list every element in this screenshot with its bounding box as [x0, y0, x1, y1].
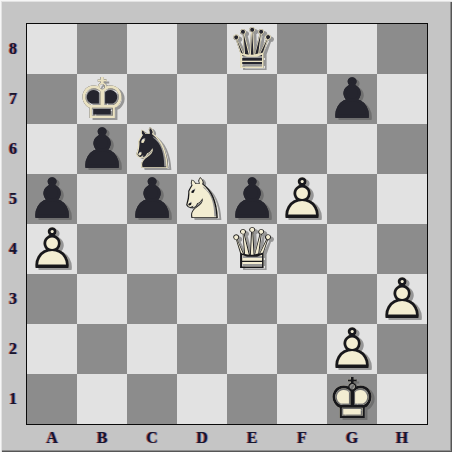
piece-white-pawn: ♟♙	[327, 324, 377, 374]
square-e8[interactable]: ♛♕	[227, 24, 277, 74]
square-b2[interactable]	[77, 324, 127, 374]
square-b7[interactable]: ♚♔	[77, 74, 127, 124]
rank-label-3: 3	[0, 274, 26, 324]
square-c4[interactable]	[127, 224, 177, 274]
square-a1[interactable]	[27, 374, 77, 424]
square-a6[interactable]	[27, 124, 77, 174]
piece-white-queen: ♛♕	[227, 224, 277, 274]
rank-label-1: 1	[0, 374, 26, 424]
square-a7[interactable]	[27, 74, 77, 124]
rank-label-4: 4	[0, 224, 26, 274]
square-d5[interactable]: ♞♘	[177, 174, 227, 224]
rank-label-2: 2	[0, 324, 26, 374]
square-c8[interactable]	[127, 24, 177, 74]
square-e2[interactable]	[227, 324, 277, 374]
square-g5[interactable]	[327, 174, 377, 224]
square-h4[interactable]	[377, 224, 427, 274]
file-label-h: H	[377, 425, 427, 452]
rank-labels: 87654321	[0, 24, 26, 424]
piece-white-knight: ♞♘	[177, 174, 227, 224]
square-h2[interactable]	[377, 324, 427, 374]
piece-black-pawn: ♟♙	[327, 74, 377, 124]
piece-black-pawn: ♟♙	[227, 174, 277, 224]
square-d2[interactable]	[177, 324, 227, 374]
square-d6[interactable]	[177, 124, 227, 174]
file-label-d: D	[177, 425, 227, 452]
square-f8[interactable]	[277, 24, 327, 74]
square-f2[interactable]	[277, 324, 327, 374]
file-label-e: E	[227, 425, 277, 452]
square-h3[interactable]: ♟♙	[377, 274, 427, 324]
square-d8[interactable]	[177, 24, 227, 74]
file-label-f: F	[277, 425, 327, 452]
square-g7[interactable]: ♟♙	[327, 74, 377, 124]
piece-black-queen: ♛♕	[227, 24, 277, 74]
square-a8[interactable]	[27, 24, 77, 74]
square-h7[interactable]	[377, 74, 427, 124]
square-e6[interactable]	[227, 124, 277, 174]
square-b4[interactable]	[77, 224, 127, 274]
square-b1[interactable]	[77, 374, 127, 424]
rank-label-7: 7	[0, 74, 26, 124]
square-d7[interactable]	[177, 74, 227, 124]
piece-black-king: ♚♔	[77, 74, 127, 124]
square-c7[interactable]	[127, 74, 177, 124]
square-g8[interactable]	[327, 24, 377, 74]
square-h6[interactable]	[377, 124, 427, 174]
piece-white-king: ♚♔	[327, 374, 377, 424]
file-label-b: B	[77, 425, 127, 452]
square-f1[interactable]	[277, 374, 327, 424]
square-e3[interactable]	[227, 274, 277, 324]
square-b6[interactable]: ♟♙	[77, 124, 127, 174]
chess-board: ♛♕♚♔♟♙♟♙♞♘♟♙♟♙♞♘♟♙♟♙♟♙♛♕♟♙♟♙♚♔	[26, 23, 428, 425]
square-c5[interactable]: ♟♙	[127, 174, 177, 224]
piece-black-knight: ♞♘	[127, 124, 177, 174]
square-g1[interactable]: ♚♔	[327, 374, 377, 424]
file-label-a: A	[27, 425, 77, 452]
file-label-c: C	[127, 425, 177, 452]
square-a3[interactable]	[27, 274, 77, 324]
square-e4[interactable]: ♛♕	[227, 224, 277, 274]
square-b5[interactable]	[77, 174, 127, 224]
square-f3[interactable]	[277, 274, 327, 324]
piece-white-pawn: ♟♙	[27, 224, 77, 274]
square-b3[interactable]	[77, 274, 127, 324]
piece-black-pawn: ♟♙	[27, 174, 77, 224]
square-e1[interactable]	[227, 374, 277, 424]
square-c6[interactable]: ♞♘	[127, 124, 177, 174]
piece-white-pawn: ♟♙	[277, 174, 327, 224]
square-d3[interactable]	[177, 274, 227, 324]
square-f7[interactable]	[277, 74, 327, 124]
piece-black-pawn: ♟♙	[127, 174, 177, 224]
square-g4[interactable]	[327, 224, 377, 274]
square-g6[interactable]	[327, 124, 377, 174]
square-g3[interactable]	[327, 274, 377, 324]
square-h5[interactable]	[377, 174, 427, 224]
square-e5[interactable]: ♟♙	[227, 174, 277, 224]
square-g2[interactable]: ♟♙	[327, 324, 377, 374]
square-a5[interactable]: ♟♙	[27, 174, 77, 224]
piece-white-pawn: ♟♙	[377, 274, 427, 324]
rank-label-6: 6	[0, 124, 26, 174]
square-d1[interactable]	[177, 374, 227, 424]
rank-label-8: 8	[0, 24, 26, 74]
rank-label-5: 5	[0, 174, 26, 224]
square-f4[interactable]	[277, 224, 327, 274]
square-a2[interactable]	[27, 324, 77, 374]
square-a4[interactable]: ♟♙	[27, 224, 77, 274]
square-d4[interactable]	[177, 224, 227, 274]
square-b8[interactable]	[77, 24, 127, 74]
square-c2[interactable]	[127, 324, 177, 374]
square-f6[interactable]	[277, 124, 327, 174]
file-label-g: G	[327, 425, 377, 452]
file-labels: ABCDEFGH	[27, 425, 427, 452]
piece-black-pawn: ♟♙	[77, 124, 127, 174]
square-h1[interactable]	[377, 374, 427, 424]
square-e7[interactable]	[227, 74, 277, 124]
square-h8[interactable]	[377, 24, 427, 74]
chess-diagram-frame: 87654321 ♛♕♚♔♟♙♟♙♞♘♟♙♟♙♞♘♟♙♟♙♟♙♛♕♟♙♟♙♚♔ …	[0, 0, 452, 452]
square-c3[interactable]	[127, 274, 177, 324]
square-f5[interactable]: ♟♙	[277, 174, 327, 224]
square-c1[interactable]	[127, 374, 177, 424]
